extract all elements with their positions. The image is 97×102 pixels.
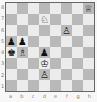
square-e6[interactable] bbox=[50, 25, 61, 36]
piece-black-pawn[interactable]: ♟ bbox=[39, 47, 50, 58]
square-f6[interactable]: ♙ bbox=[61, 25, 72, 36]
square-c5[interactable] bbox=[28, 36, 39, 47]
file-label-c: c bbox=[28, 92, 39, 100]
piece-black-pawn[interactable]: ♟ bbox=[17, 36, 28, 47]
piece-white-pawn[interactable]: ♙ bbox=[61, 25, 72, 36]
square-h2[interactable] bbox=[83, 69, 94, 80]
square-g4[interactable] bbox=[72, 47, 83, 58]
square-d4[interactable]: ♟ bbox=[39, 47, 50, 58]
square-f5[interactable] bbox=[61, 36, 72, 47]
square-g1[interactable] bbox=[72, 80, 83, 91]
square-b6[interactable] bbox=[17, 25, 28, 36]
square-g8[interactable] bbox=[72, 3, 83, 14]
square-g5[interactable] bbox=[72, 36, 83, 47]
square-a5[interactable]: ♟ bbox=[6, 36, 17, 47]
square-c4[interactable] bbox=[28, 47, 39, 58]
square-b2[interactable] bbox=[17, 69, 28, 80]
square-g2[interactable] bbox=[72, 69, 83, 80]
square-h5[interactable] bbox=[83, 36, 94, 47]
piece-white-bishop[interactable]: ♗ bbox=[17, 47, 28, 58]
file-label-h: h bbox=[84, 92, 95, 100]
square-c2[interactable] bbox=[28, 69, 39, 80]
square-b7[interactable] bbox=[17, 14, 28, 25]
square-a6[interactable] bbox=[6, 25, 17, 36]
square-h3[interactable] bbox=[83, 58, 94, 69]
square-c3[interactable] bbox=[28, 58, 39, 69]
square-d1[interactable] bbox=[39, 80, 50, 91]
square-b5[interactable]: ♟ bbox=[17, 36, 28, 47]
piece-white-king[interactable]: ♔ bbox=[39, 58, 50, 69]
square-f7[interactable] bbox=[61, 14, 72, 25]
file-label-a: a bbox=[5, 92, 16, 100]
square-e2[interactable] bbox=[50, 69, 61, 80]
piece-white-queen[interactable]: ♕ bbox=[83, 3, 94, 14]
file-label-e: e bbox=[50, 92, 61, 100]
square-e4[interactable] bbox=[50, 47, 61, 58]
file-label-f: f bbox=[61, 92, 72, 100]
square-c1[interactable] bbox=[28, 80, 39, 91]
square-h7[interactable] bbox=[83, 14, 94, 25]
file-labels: abcdefgh bbox=[5, 92, 95, 100]
chess-board[interactable]: ♕♘♙♟♟♚♗♟♔♙ bbox=[5, 2, 95, 92]
chess-diagram: 87654321 ♕♘♙♟♟♚♗♟♔♙ abcdefgh bbox=[0, 0, 97, 102]
square-b8[interactable] bbox=[17, 3, 28, 14]
square-g3[interactable] bbox=[72, 58, 83, 69]
square-f1[interactable] bbox=[61, 80, 72, 91]
square-e8[interactable] bbox=[50, 3, 61, 14]
square-f8[interactable] bbox=[61, 3, 72, 14]
square-c6[interactable] bbox=[28, 25, 39, 36]
square-f3[interactable] bbox=[61, 58, 72, 69]
square-b1[interactable] bbox=[17, 80, 28, 91]
square-g6[interactable] bbox=[72, 25, 83, 36]
piece-white-knight[interactable]: ♘ bbox=[39, 14, 50, 25]
square-d3[interactable]: ♔ bbox=[39, 58, 50, 69]
square-e7[interactable] bbox=[50, 14, 61, 25]
square-b3[interactable] bbox=[17, 58, 28, 69]
square-h8[interactable]: ♕ bbox=[83, 3, 94, 14]
piece-white-pawn[interactable]: ♙ bbox=[39, 69, 50, 80]
square-a1[interactable] bbox=[6, 80, 17, 91]
square-d7[interactable]: ♘ bbox=[39, 14, 50, 25]
square-d2[interactable]: ♙ bbox=[39, 69, 50, 80]
square-a7[interactable] bbox=[6, 14, 17, 25]
square-f2[interactable] bbox=[61, 69, 72, 80]
square-b4[interactable]: ♗ bbox=[17, 47, 28, 58]
file-label-b: b bbox=[16, 92, 27, 100]
file-label-d: d bbox=[39, 92, 50, 100]
square-h6[interactable] bbox=[83, 25, 94, 36]
square-a2[interactable] bbox=[6, 69, 17, 80]
square-f4[interactable] bbox=[61, 47, 72, 58]
square-h1[interactable] bbox=[83, 80, 94, 91]
piece-black-pawn[interactable]: ♟ bbox=[6, 36, 17, 47]
square-d5[interactable] bbox=[39, 36, 50, 47]
square-c7[interactable] bbox=[28, 14, 39, 25]
square-h4[interactable] bbox=[83, 47, 94, 58]
square-a4[interactable]: ♚ bbox=[6, 47, 17, 58]
square-e5[interactable] bbox=[50, 36, 61, 47]
square-g7[interactable] bbox=[72, 14, 83, 25]
square-c8[interactable] bbox=[28, 3, 39, 14]
square-a3[interactable] bbox=[6, 58, 17, 69]
square-d6[interactable] bbox=[39, 25, 50, 36]
piece-black-king[interactable]: ♚ bbox=[6, 47, 17, 58]
square-e3[interactable] bbox=[50, 58, 61, 69]
square-d8[interactable] bbox=[39, 3, 50, 14]
file-label-g: g bbox=[73, 92, 84, 100]
square-e1[interactable] bbox=[50, 80, 61, 91]
square-a8[interactable] bbox=[6, 3, 17, 14]
